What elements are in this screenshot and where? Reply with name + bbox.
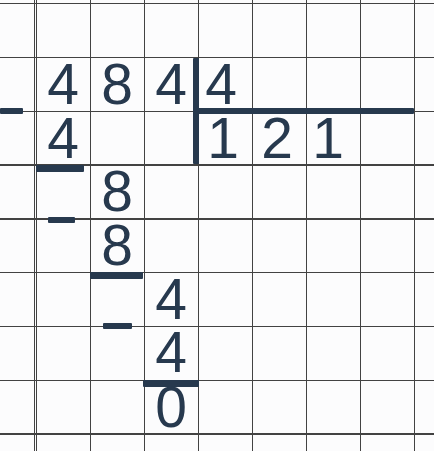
- quotient-digit-hundreds: 1: [196, 111, 250, 165]
- minus-sign-step3: [103, 323, 132, 330]
- step2-brought-digit: 8: [90, 164, 144, 218]
- step3-brought-digit: 4: [144, 272, 198, 326]
- dividend-digit-hundreds: 4: [36, 57, 90, 111]
- divisor-digit: 4: [194, 57, 248, 111]
- step1-subtrahend-digit: 4: [36, 111, 90, 165]
- dividend-digit-tens: 8: [90, 57, 144, 111]
- quotient-digit-tens: 2: [250, 111, 304, 165]
- step2-subtrahend-digit: 8: [90, 218, 144, 272]
- minus-sign-step2: [48, 217, 75, 223]
- dividend-digit-ones: 4: [144, 57, 198, 111]
- step3-subtrahend-digit: 4: [144, 325, 198, 379]
- quotient-digit-ones: 1: [301, 111, 355, 165]
- minus-sign-step1: [0, 108, 23, 114]
- division-worksheet: 4 8 4 4 4 1 2 1 8 8 4 4 0: [0, 0, 434, 451]
- final-remainder-digit: 0: [144, 380, 198, 434]
